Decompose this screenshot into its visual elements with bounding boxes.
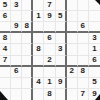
cell-r5c8[interactable] [78,44,89,55]
cell-r3c6[interactable] [56,22,67,33]
cell-r5c5[interactable] [44,44,55,55]
cell-r1c3[interactable] [22,0,33,11]
cell-r5c7[interactable] [67,44,78,55]
cell-r1c7[interactable] [67,0,78,11]
cell-r6c7[interactable] [67,56,78,67]
cell-r8c1[interactable] [0,78,11,89]
cell-r6c1[interactable]: 7 [0,56,11,67]
cell-r3c9[interactable] [89,22,100,33]
cell-r2c4[interactable]: 1 [33,11,44,22]
cell-r4c7[interactable] [67,33,78,44]
cell-r8c3[interactable] [22,78,33,89]
cell-r7c8[interactable]: 8 [78,67,89,78]
cell-r8c5[interactable]: 1 [44,78,55,89]
cell-r6c8[interactable] [78,56,89,67]
cell-r9c6[interactable] [56,89,67,100]
cell-r8c8[interactable] [78,78,89,89]
cell-r8c4[interactable]: 4 [33,78,44,89]
cell-r7c4[interactable] [33,67,44,78]
cell-r4c2[interactable] [11,33,22,44]
cell-r3c3[interactable]: 8 [22,22,33,33]
cell-r5c2[interactable] [11,44,22,55]
cell-r2c7[interactable] [67,11,78,22]
cell-r8c9[interactable]: 5 [89,78,100,89]
cell-r6c5[interactable]: 2 [44,56,55,67]
cell-r3c2[interactable]: 9 [11,22,22,33]
sudoku-board: 537619598686348317266284195879 [0,0,100,100]
cell-r8c7[interactable] [67,78,78,89]
cell-r6c3[interactable] [22,56,33,67]
cell-r3c1[interactable] [0,22,11,33]
cell-r7c2[interactable]: 6 [11,67,22,78]
cell-r3c5[interactable] [44,22,55,33]
cell-r5c3[interactable] [22,44,33,55]
cell-r3c4[interactable] [33,22,44,33]
cell-r7c7[interactable]: 2 [67,67,78,78]
cell-r7c3[interactable] [22,67,33,78]
cell-r9c8[interactable]: 7 [78,89,89,100]
cell-r4c9[interactable]: 3 [89,33,100,44]
cell-r2c5[interactable]: 9 [44,11,55,22]
cell-r5c6[interactable]: 3 [56,44,67,55]
cell-r9c3[interactable] [22,89,33,100]
cell-r4c6[interactable] [56,33,67,44]
cell-r7c6[interactable] [56,67,67,78]
cell-r2c1[interactable]: 6 [0,11,11,22]
cell-r8c6[interactable]: 9 [56,78,67,89]
cell-r4c4[interactable] [33,33,44,44]
cell-r9c5[interactable]: 8 [44,89,55,100]
cell-r5c4[interactable]: 8 [33,44,44,55]
cell-r1c5[interactable]: 7 [44,0,55,11]
cell-r3c7[interactable] [67,22,78,33]
cell-r4c5[interactable]: 6 [44,33,55,44]
cell-r4c8[interactable] [78,33,89,44]
cell-r5c1[interactable]: 4 [0,44,11,55]
cell-r6c6[interactable] [56,56,67,67]
cell-r6c4[interactable] [33,56,44,67]
cell-r7c5[interactable] [44,67,55,78]
sudoku-screenshot: 537619598686348317266284195879 [0,0,100,100]
cell-r4c3[interactable] [22,33,33,44]
cell-r9c4[interactable] [33,89,44,100]
cell-r7c1[interactable] [0,67,11,78]
cell-r8c2[interactable] [11,78,22,89]
cell-r1c4[interactable] [33,0,44,11]
cell-r9c2[interactable] [11,89,22,100]
cell-r4c1[interactable]: 8 [0,33,11,44]
cell-r9c7[interactable] [67,89,78,100]
cell-r6c9[interactable]: 6 [89,56,100,67]
cell-r7c9[interactable] [89,67,100,78]
cell-r1c2[interactable]: 3 [11,0,22,11]
cell-r2c9[interactable] [89,11,100,22]
cell-r2c6[interactable]: 5 [56,11,67,22]
cell-r1c8[interactable] [78,0,89,11]
cell-r6c2[interactable] [11,56,22,67]
cell-r1c1[interactable]: 5 [0,0,11,11]
cell-r1c6[interactable] [56,0,67,11]
cell-r3c8[interactable]: 6 [78,22,89,33]
cell-r5c9[interactable]: 1 [89,44,100,55]
